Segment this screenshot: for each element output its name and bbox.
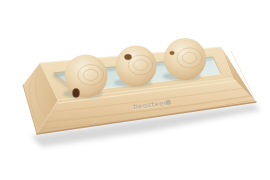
right-ball	[163, 38, 206, 81]
right-ball-knot-1	[170, 51, 174, 55]
middle-ball	[114, 46, 156, 88]
left-ball-knot-1	[73, 89, 80, 98]
product-photo: beeztees beeztees	[0, 0, 270, 180]
left-ball-sphere	[65, 55, 108, 98]
right-ball-sphere	[164, 38, 206, 80]
middle-ball-knot-1	[125, 54, 132, 60]
middle-ball-sphere	[116, 46, 157, 87]
tray-scene: beeztees beeztees	[0, 0, 270, 180]
